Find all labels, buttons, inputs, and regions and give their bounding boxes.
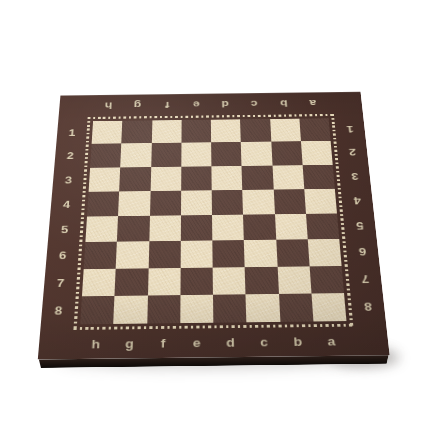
coord-label-top-h: h bbox=[93, 95, 123, 117]
square-a4 bbox=[304, 189, 337, 214]
coord-label-left-1: 1 bbox=[56, 121, 87, 144]
square-c2 bbox=[241, 142, 272, 166]
square-h1 bbox=[92, 121, 123, 144]
coord-label-bottom-f: f bbox=[146, 329, 180, 359]
coord-label-left-5: 5 bbox=[48, 217, 81, 243]
coord-label-left-3: 3 bbox=[52, 167, 84, 192]
coord-label-right-3: 3 bbox=[338, 164, 371, 189]
square-e1 bbox=[181, 120, 211, 143]
square-d4 bbox=[212, 190, 244, 215]
square-d6 bbox=[212, 240, 245, 267]
square-c1 bbox=[240, 119, 271, 142]
square-d5 bbox=[212, 215, 244, 241]
coord-label-right-8: 8 bbox=[350, 292, 386, 321]
square-f7 bbox=[147, 268, 180, 296]
square-e5 bbox=[181, 215, 213, 241]
coord-label-top-e: e bbox=[181, 94, 210, 116]
coord-label-right-1: 1 bbox=[334, 118, 366, 141]
coord-label-top-d: d bbox=[211, 93, 241, 115]
coord-label-bottom-a: a bbox=[314, 327, 350, 356]
square-f4 bbox=[150, 190, 181, 215]
coord-label-right-5: 5 bbox=[343, 213, 377, 239]
coord-label-left-4: 4 bbox=[50, 192, 83, 217]
square-d2 bbox=[211, 142, 242, 166]
coord-label-bottom-c: c bbox=[247, 327, 282, 357]
square-c7 bbox=[245, 266, 279, 294]
square-g2 bbox=[120, 143, 151, 167]
coords-bottom: hgfedcba bbox=[78, 327, 350, 359]
square-f5 bbox=[149, 215, 181, 241]
coord-label-right-2: 2 bbox=[336, 141, 368, 165]
coord-label-right-4: 4 bbox=[341, 188, 374, 213]
square-b2 bbox=[271, 141, 302, 165]
square-d3 bbox=[211, 166, 242, 191]
coord-label-top-c: c bbox=[239, 93, 269, 115]
coord-label-right-6: 6 bbox=[345, 239, 379, 266]
square-c6 bbox=[244, 240, 277, 267]
square-h8 bbox=[80, 296, 115, 325]
square-h5 bbox=[85, 216, 118, 242]
square-g3 bbox=[119, 167, 150, 192]
square-f6 bbox=[148, 241, 180, 268]
square-f8 bbox=[147, 295, 180, 324]
chessboard: hgfedcba hgfedcba 12345678 12345678 bbox=[48, 51, 376, 379]
square-c8 bbox=[246, 294, 280, 323]
square-b4 bbox=[273, 189, 305, 214]
coord-label-top-g: g bbox=[123, 94, 153, 116]
coord-label-left-6: 6 bbox=[46, 242, 80, 269]
square-h6 bbox=[84, 242, 117, 269]
square-a5 bbox=[306, 213, 340, 239]
square-a1 bbox=[299, 118, 330, 141]
square-g8 bbox=[113, 295, 147, 324]
square-a8 bbox=[311, 293, 346, 322]
coord-label-left-7: 7 bbox=[43, 269, 77, 297]
coord-label-bottom-g: g bbox=[112, 329, 147, 359]
square-g1 bbox=[121, 120, 151, 143]
square-h3 bbox=[89, 167, 121, 192]
square-f2 bbox=[151, 143, 181, 167]
square-e4 bbox=[181, 190, 212, 215]
square-b5 bbox=[274, 214, 307, 240]
square-g4 bbox=[118, 191, 150, 216]
square-e6 bbox=[180, 241, 212, 268]
square-e8 bbox=[180, 294, 213, 323]
square-g7 bbox=[115, 268, 148, 296]
square-g5 bbox=[117, 216, 149, 242]
square-d7 bbox=[213, 267, 246, 295]
chessboard-3d: hgfedcba hgfedcba 12345678 12345678 bbox=[38, 92, 390, 360]
square-d1 bbox=[211, 119, 241, 142]
square-a7 bbox=[309, 266, 344, 294]
square-a2 bbox=[301, 141, 333, 165]
square-b1 bbox=[270, 119, 301, 142]
square-e7 bbox=[180, 267, 213, 295]
coord-label-top-a: a bbox=[297, 92, 328, 114]
mosaic-trim-bottom bbox=[73, 324, 353, 330]
coord-label-bottom-b: b bbox=[280, 327, 315, 357]
square-b7 bbox=[277, 266, 311, 294]
coord-label-bottom-e: e bbox=[180, 328, 214, 358]
square-a3 bbox=[302, 164, 334, 189]
coord-label-left-2: 2 bbox=[54, 144, 86, 168]
square-c5 bbox=[243, 214, 276, 240]
square-h2 bbox=[90, 144, 121, 168]
product-photo: hgfedcba hgfedcba 12345678 12345678 bbox=[0, 0, 448, 448]
square-d8 bbox=[213, 294, 247, 323]
coord-label-left-8: 8 bbox=[41, 296, 76, 325]
square-a6 bbox=[308, 239, 342, 266]
chessboard-top-face: hgfedcba hgfedcba 12345678 12345678 bbox=[38, 92, 390, 360]
square-f3 bbox=[150, 166, 181, 191]
coords-left: 12345678 bbox=[41, 121, 88, 325]
coord-label-bottom-h: h bbox=[78, 329, 113, 359]
coords-top: hgfedcba bbox=[93, 92, 328, 117]
coord-label-top-f: f bbox=[152, 94, 182, 116]
square-c3 bbox=[242, 165, 274, 190]
board-squares bbox=[80, 118, 346, 324]
square-e2 bbox=[181, 142, 211, 166]
square-f1 bbox=[151, 120, 181, 143]
coord-label-top-b: b bbox=[268, 93, 298, 115]
square-b6 bbox=[276, 240, 310, 267]
coords-right: 12345678 bbox=[334, 118, 386, 321]
square-b8 bbox=[278, 293, 313, 322]
square-e3 bbox=[181, 166, 212, 191]
square-h7 bbox=[82, 268, 116, 296]
square-h4 bbox=[87, 191, 119, 216]
square-g6 bbox=[116, 241, 149, 268]
coord-label-bottom-d: d bbox=[213, 328, 247, 358]
square-b3 bbox=[272, 165, 304, 190]
square-c4 bbox=[242, 189, 274, 214]
coord-label-right-7: 7 bbox=[348, 265, 383, 293]
